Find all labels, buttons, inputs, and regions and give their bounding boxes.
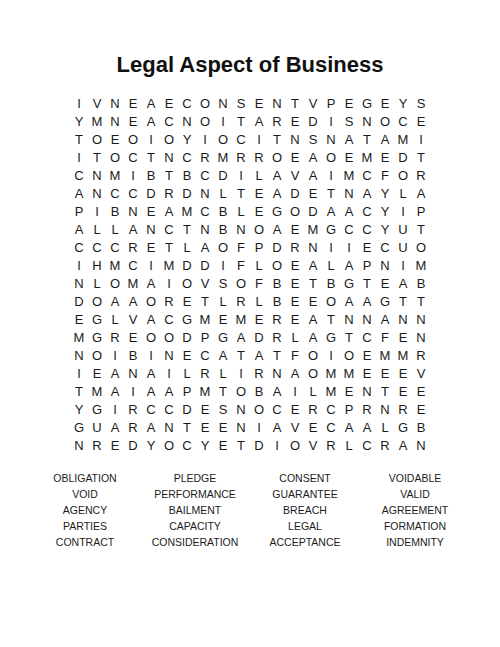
grid-cell: G	[268, 203, 286, 221]
grid-cell: L	[214, 365, 232, 383]
grid-cell: L	[106, 311, 124, 329]
word-list-item: CONTRACT	[30, 534, 140, 550]
grid-cell: F	[376, 329, 394, 347]
grid-cell: A	[340, 293, 358, 311]
grid-cell: G	[322, 221, 340, 239]
grid-cell: Y	[376, 185, 394, 203]
grid-cell: C	[340, 221, 358, 239]
grid-cell: E	[214, 437, 232, 455]
grid-cell: E	[340, 95, 358, 113]
grid-cell: F	[250, 275, 268, 293]
grid-cell: O	[232, 383, 250, 401]
grid-cell: D	[178, 401, 196, 419]
grid-cell: A	[322, 203, 340, 221]
grid-cell: C	[70, 167, 88, 185]
grid-cell: E	[160, 95, 178, 113]
grid-cell: M	[322, 383, 340, 401]
grid-cell: R	[196, 149, 214, 167]
grid-cell: O	[340, 347, 358, 365]
grid-cell: B	[214, 221, 232, 239]
grid-cell: E	[340, 149, 358, 167]
grid-cell: E	[106, 437, 124, 455]
grid-cell: D	[304, 203, 322, 221]
grid-cell: O	[160, 329, 178, 347]
grid-cell: A	[394, 275, 412, 293]
grid-cell: O	[376, 113, 394, 131]
grid-cell: I	[70, 365, 88, 383]
grid-cell: M	[358, 149, 376, 167]
grid-cell: Y	[394, 95, 412, 113]
grid-cell: A	[142, 113, 160, 131]
grid-cell: M	[340, 167, 358, 185]
grid-cell: D	[196, 257, 214, 275]
grid-cell: C	[124, 257, 142, 275]
grid-cell: I	[250, 131, 268, 149]
grid-cell: E	[394, 383, 412, 401]
grid-cell: M	[412, 257, 430, 275]
grid-cell: S	[214, 275, 232, 293]
grid-cell: A	[142, 419, 160, 437]
grid-cell: R	[124, 239, 142, 257]
grid-cell: I	[88, 203, 106, 221]
grid-cell: O	[268, 257, 286, 275]
grid-cell: N	[412, 437, 430, 455]
grid-cell: D	[178, 185, 196, 203]
grid-cell: O	[394, 167, 412, 185]
grid-cell: H	[88, 257, 106, 275]
grid-cell: E	[412, 113, 430, 131]
word-list-item: OBLIGATION	[30, 470, 140, 486]
grid-cell: O	[304, 365, 322, 383]
grid-cell: N	[160, 149, 178, 167]
grid-cell: D	[178, 329, 196, 347]
grid-cell: I	[322, 239, 340, 257]
grid-cell: O	[250, 401, 268, 419]
grid-cell: C	[124, 185, 142, 203]
grid-cell: A	[160, 383, 178, 401]
grid-cell: I	[232, 365, 250, 383]
grid-cell: P	[196, 329, 214, 347]
grid-cell: E	[376, 275, 394, 293]
grid-cell: N	[160, 419, 178, 437]
grid-cell: L	[214, 293, 232, 311]
grid-cell: T	[412, 221, 430, 239]
grid-cell: L	[178, 365, 196, 383]
grid-cell: A	[106, 419, 124, 437]
grid-cell: E	[286, 293, 304, 311]
grid-cell: I	[232, 167, 250, 185]
grid-cell: D	[70, 293, 88, 311]
grid-cell: E	[376, 149, 394, 167]
grid-cell: R	[268, 311, 286, 329]
grid-cell: E	[214, 311, 232, 329]
grid-cell: S	[232, 95, 250, 113]
grid-cell: L	[286, 329, 304, 347]
grid-cell: V	[304, 437, 322, 455]
grid-cell: I	[142, 131, 160, 149]
grid-cell: C	[178, 149, 196, 167]
grid-cell: L	[88, 221, 106, 239]
grid-cell: O	[304, 347, 322, 365]
grid-cell: L	[250, 257, 268, 275]
grid-cell: L	[376, 419, 394, 437]
grid-cell: M	[340, 365, 358, 383]
grid-cell: M	[178, 203, 196, 221]
grid-cell: I	[322, 113, 340, 131]
grid-cell: B	[106, 203, 124, 221]
grid-cell: A	[268, 419, 286, 437]
grid-cell: O	[160, 131, 178, 149]
grid-cell: E	[286, 311, 304, 329]
grid-cell: A	[376, 131, 394, 149]
grid-cell: P	[340, 401, 358, 419]
grid-cell: N	[124, 203, 142, 221]
grid-cell: O	[268, 149, 286, 167]
grid-cell: P	[412, 203, 430, 221]
grid-cell: V	[304, 95, 322, 113]
grid-cell: A	[268, 221, 286, 239]
grid-cell: U	[394, 221, 412, 239]
grid-cell: I	[322, 347, 340, 365]
grid-cell: E	[70, 311, 88, 329]
word-list-item: LEGAL	[250, 518, 360, 534]
grid-cell: N	[88, 167, 106, 185]
grid-cell: E	[412, 401, 430, 419]
grid-cell: E	[286, 221, 304, 239]
grid-cell: T	[304, 275, 322, 293]
grid-cell: A	[106, 383, 124, 401]
grid-cell: R	[358, 401, 376, 419]
grid-cell: T	[232, 185, 250, 203]
grid-cell: Y	[70, 113, 88, 131]
grid-cell: E	[250, 203, 268, 221]
grid-cell: T	[412, 149, 430, 167]
grid-cell: Y	[70, 401, 88, 419]
grid-cell: E	[142, 203, 160, 221]
grid-cell: E	[286, 257, 304, 275]
grid-cell: R	[322, 437, 340, 455]
grid-cell: B	[268, 293, 286, 311]
grid-cell: A	[286, 365, 304, 383]
grid-cell: C	[88, 239, 106, 257]
grid-cell: T	[70, 131, 88, 149]
grid-cell: R	[232, 293, 250, 311]
grid-cell: A	[268, 185, 286, 203]
grid-cell: L	[250, 167, 268, 185]
word-list: OBLIGATIONPLEDGECONSENTVOIDABLEVOIDPERFO…	[30, 470, 470, 550]
grid-cell: A	[268, 167, 286, 185]
grid-cell: N	[304, 239, 322, 257]
grid-cell: C	[268, 401, 286, 419]
grid-cell: V	[286, 419, 304, 437]
grid-cell: L	[304, 383, 322, 401]
grid-cell: M	[322, 365, 340, 383]
grid-cell: U	[394, 239, 412, 257]
grid-cell: F	[232, 239, 250, 257]
grid-cell: G	[88, 329, 106, 347]
grid-cell: T	[178, 419, 196, 437]
grid-cell: C	[124, 149, 142, 167]
grid-cell: T	[142, 149, 160, 167]
grid-cell: M	[196, 383, 214, 401]
grid-cell: A	[304, 149, 322, 167]
grid-cell: I	[142, 257, 160, 275]
word-list-item: VOIDABLE	[360, 470, 470, 486]
grid-cell: C	[106, 185, 124, 203]
grid-cell: M	[106, 167, 124, 185]
grid-cell: O	[286, 203, 304, 221]
grid-cell: C	[394, 113, 412, 131]
word-list-item: CONSIDERATION	[140, 534, 250, 550]
grid-cell: O	[88, 131, 106, 149]
grid-cell: S	[304, 131, 322, 149]
grid-cell: E	[178, 293, 196, 311]
grid-cell: A	[376, 311, 394, 329]
grid-cell: C	[358, 437, 376, 455]
grid-cell: V	[412, 365, 430, 383]
grid-cell: D	[142, 185, 160, 203]
grid-cell: O	[124, 131, 142, 149]
grid-cell: R	[286, 239, 304, 257]
grid-cell: C	[178, 95, 196, 113]
grid-cell: R	[412, 347, 430, 365]
grid-cell: T	[178, 221, 196, 239]
grid-cell: E	[88, 365, 106, 383]
grid-cell: E	[250, 185, 268, 203]
word-list-item: AGREEMENT	[360, 502, 470, 518]
grid-cell: I	[124, 383, 142, 401]
grid-cell: A	[268, 383, 286, 401]
grid-cell: L	[214, 185, 232, 203]
grid-cell: A	[196, 239, 214, 257]
grid-cell: E	[340, 383, 358, 401]
grid-cell: I	[268, 437, 286, 455]
grid-cell: C	[196, 167, 214, 185]
grid-cell: E	[124, 95, 142, 113]
grid-cell: T	[268, 131, 286, 149]
grid-cell: M	[376, 347, 394, 365]
grid-cell: B	[412, 419, 430, 437]
grid-cell: O	[160, 437, 178, 455]
grid-cell: L	[106, 221, 124, 239]
grid-cell: O	[106, 275, 124, 293]
grid-cell: I	[394, 257, 412, 275]
grid-cell: E	[196, 419, 214, 437]
grid-cell: N	[142, 221, 160, 239]
grid-cell: O	[196, 95, 214, 113]
grid-cell: A	[124, 221, 142, 239]
grid-cell: A	[160, 203, 178, 221]
grid-cell: L	[322, 257, 340, 275]
grid-cell: R	[268, 329, 286, 347]
grid-cell: Y	[196, 437, 214, 455]
grid-cell: D	[124, 437, 142, 455]
grid-cell: M	[232, 311, 250, 329]
grid-cell: E	[376, 95, 394, 113]
grid-cell: T	[322, 311, 340, 329]
grid-cell: T	[160, 167, 178, 185]
grid-cell: N	[70, 275, 88, 293]
grid-cell: I	[250, 419, 268, 437]
grid-cell: C	[232, 131, 250, 149]
grid-cell: C	[160, 221, 178, 239]
grid-cell: O	[322, 149, 340, 167]
grid-cell: R	[160, 293, 178, 311]
grid-cell: I	[394, 203, 412, 221]
grid-cell: O	[412, 239, 430, 257]
grid-cell: A	[412, 185, 430, 203]
grid-cell: A	[304, 257, 322, 275]
grid-cell: N	[412, 311, 430, 329]
grid-cell: F	[376, 167, 394, 185]
grid-cell: R	[412, 167, 430, 185]
grid-cell: G	[340, 275, 358, 293]
grid-cell: G	[322, 329, 340, 347]
grid-cell: G	[178, 311, 196, 329]
grid-cell: E	[214, 419, 232, 437]
grid-cell: V	[286, 167, 304, 185]
grid-cell: D	[250, 437, 268, 455]
grid-cell: P	[322, 95, 340, 113]
grid-cell: S	[340, 113, 358, 131]
word-list-item: AGENCY	[30, 502, 140, 518]
grid-cell: N	[196, 221, 214, 239]
grid-cell: C	[358, 203, 376, 221]
grid-cell: N	[124, 365, 142, 383]
grid-cell: O	[196, 113, 214, 131]
grid-cell: E	[376, 365, 394, 383]
grid-cell: L	[250, 293, 268, 311]
grid-cell: T	[232, 347, 250, 365]
grid-cell: A	[70, 185, 88, 203]
grid-cell: M	[394, 131, 412, 149]
grid-cell: I	[214, 113, 232, 131]
word-list-item: INDEMNITY	[360, 534, 470, 550]
grid-cell: A	[106, 293, 124, 311]
grid-cell: T	[232, 113, 250, 131]
grid-cell: M	[70, 329, 88, 347]
grid-cell: R	[88, 437, 106, 455]
grid-cell: A	[304, 167, 322, 185]
grid-cell: M	[88, 113, 106, 131]
grid-cell: E	[304, 293, 322, 311]
grid-cell: M	[304, 221, 322, 239]
grid-cell: D	[178, 257, 196, 275]
grid-cell: T	[394, 293, 412, 311]
grid-cell: E	[250, 95, 268, 113]
word-list-item: ACCEPTANCE	[250, 534, 360, 550]
grid-cell: A	[142, 95, 160, 113]
grid-cell: P	[70, 203, 88, 221]
grid-cell: A	[394, 437, 412, 455]
grid-cell: I	[106, 401, 124, 419]
grid-cell: T	[358, 275, 376, 293]
word-list-item: BREACH	[250, 502, 360, 518]
grid-cell: E	[304, 185, 322, 203]
grid-cell: C	[160, 113, 178, 131]
grid-cell: E	[286, 149, 304, 167]
grid-cell: L	[394, 185, 412, 203]
grid-cell: N	[196, 185, 214, 203]
grid-cell: V	[88, 95, 106, 113]
grid-cell: N	[358, 311, 376, 329]
grid-cell: C	[322, 401, 340, 419]
grid-cell: T	[268, 347, 286, 365]
word-list-item: CONSENT	[250, 470, 360, 486]
word-list-item: VOID	[30, 486, 140, 502]
grid-cell: B	[142, 167, 160, 185]
grid-cell: N	[340, 311, 358, 329]
grid-cell: N	[106, 113, 124, 131]
grid-cell: B	[412, 275, 430, 293]
grid-cell: M	[88, 383, 106, 401]
grid-cell: P	[250, 239, 268, 257]
grid-cell: I	[214, 257, 232, 275]
grid-cell: A	[106, 365, 124, 383]
grid-cell: N	[412, 329, 430, 347]
grid-cell: N	[268, 95, 286, 113]
word-list-item: GUARANTEE	[250, 486, 360, 502]
grid-cell: E	[142, 239, 160, 257]
grid-cell: A	[358, 419, 376, 437]
grid-cell: U	[88, 419, 106, 437]
grid-cell: T	[232, 437, 250, 455]
grid-cell: A	[340, 257, 358, 275]
grid-cell: N	[70, 437, 88, 455]
grid-cell: B	[124, 347, 142, 365]
grid-cell: R	[196, 365, 214, 383]
grid-cell: O	[142, 293, 160, 311]
grid-cell: I	[106, 347, 124, 365]
grid-cell: T	[340, 329, 358, 347]
grid-cell: S	[214, 401, 232, 419]
puzzle-page: Legal Aspect of Business IVNEAECONSENTVP…	[0, 0, 500, 647]
grid-cell: A	[124, 293, 142, 311]
grid-cell: I	[70, 257, 88, 275]
grid-cell: C	[358, 167, 376, 185]
grid-cell: T	[88, 149, 106, 167]
grid-cell: D	[394, 149, 412, 167]
word-list-item: CAPACITY	[140, 518, 250, 534]
grid-cell: O	[88, 347, 106, 365]
grid-cell: N	[232, 401, 250, 419]
word-list-item: BAILMENT	[140, 502, 250, 518]
grid-cell: I	[142, 347, 160, 365]
grid-cell: R	[124, 419, 142, 437]
grid-cell: L	[178, 239, 196, 257]
grid-cell: N	[268, 365, 286, 383]
grid-cell: G	[394, 419, 412, 437]
grid-cell: E	[286, 275, 304, 293]
grid-cell: R	[394, 401, 412, 419]
grid-cell: V	[196, 275, 214, 293]
grid-cell: E	[358, 239, 376, 257]
grid-cell: A	[250, 113, 268, 131]
grid-cell: N	[232, 221, 250, 239]
grid-cell: I	[322, 167, 340, 185]
grid-cell: N	[286, 131, 304, 149]
grid-cell: L	[340, 437, 358, 455]
grid-cell: A	[358, 293, 376, 311]
word-list-item: FORMATION	[360, 518, 470, 534]
grid-cell: E	[196, 401, 214, 419]
grid-cell: O	[178, 275, 196, 293]
grid-cell: M	[196, 311, 214, 329]
grid-cell: E	[394, 365, 412, 383]
grid-cell: I	[160, 275, 178, 293]
grid-cell: E	[124, 113, 142, 131]
grid-cell: L	[88, 275, 106, 293]
